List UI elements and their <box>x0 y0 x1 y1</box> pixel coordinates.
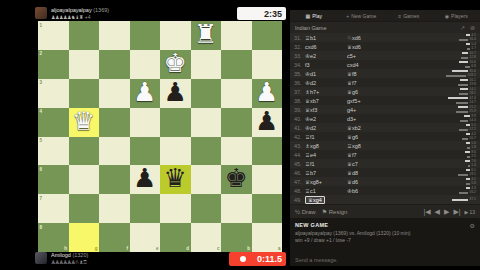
square-e2[interactable] <box>130 50 161 79</box>
move-time-bars: 16.66.8 <box>459 61 476 69</box>
move-number: 32. <box>294 44 305 50</box>
square-b5[interactable] <box>221 137 252 166</box>
move-row-35: 35.♔d1♕f835.6109.2 <box>290 69 480 78</box>
move-time-bars: 5.41.7 <box>466 43 476 51</box>
square-g4[interactable]: ♛ <box>69 108 100 137</box>
white-move[interactable]: f3 <box>305 62 347 68</box>
move-row-49: 49.♕xg437.1 <box>290 195 480 204</box>
white-move[interactable]: ♔d1 <box>305 71 347 77</box>
move-number: 47. <box>294 179 305 185</box>
move-row-41: 41.♔d2♕xb25.117.2 <box>290 123 480 132</box>
square-e1[interactable] <box>130 21 161 50</box>
tab-play[interactable]: ▦Play <box>290 13 338 19</box>
square-g8[interactable]: g <box>69 223 100 252</box>
black-move[interactable]: ♘xd6 <box>347 35 391 41</box>
square-a6[interactable] <box>252 165 283 194</box>
square-c8[interactable]: c <box>191 223 222 252</box>
file-label-b: b <box>247 246 250 251</box>
square-g6[interactable] <box>69 165 100 194</box>
move-row-46: 46.♖b7♕d86.119.1 <box>290 168 480 177</box>
move-row-48: 48.♖c1♔b64.316.2 <box>290 186 480 195</box>
rank-label-5: 5 <box>40 138 43 143</box>
square-a2[interactable] <box>252 50 283 79</box>
file-label-h: h <box>64 246 67 251</box>
file-label-f: f <box>127 246 129 251</box>
rank-label-4: 4 <box>40 109 43 114</box>
opening-name: Indian Game <box>295 25 327 31</box>
move-number: 46. <box>294 170 305 176</box>
resign-button[interactable]: ⚑ Resign <box>322 208 348 215</box>
square-h1[interactable]: 1 <box>38 21 69 50</box>
black-move[interactable]: ♕f7 <box>347 80 391 86</box>
move-row-43: 43.♗xg8♖xg85.61.8 <box>290 141 480 150</box>
square-e7[interactable] <box>130 194 161 223</box>
move-row-33: 33.♔e2c5+10.712.8 <box>290 51 480 60</box>
move-number: 40. <box>294 116 305 122</box>
move-number: 36. <box>294 80 305 86</box>
white-move[interactable]: ♔e2 <box>305 116 347 122</box>
move-nav: |◀ ◀ ▶ ▶| ▶13 <box>423 208 475 216</box>
move-time-bars: 7.61.4 <box>465 160 476 168</box>
white-move[interactable]: ♖c1 <box>305 188 347 194</box>
move-row-34: 34.f3cxd416.66.8 <box>290 60 480 69</box>
square-g7[interactable] <box>69 194 100 223</box>
square-f6[interactable] <box>99 165 130 194</box>
square-f1[interactable] <box>99 21 130 50</box>
square-c6[interactable] <box>191 165 222 194</box>
new-game-icon: + <box>346 13 349 19</box>
move-time-bars: 4.15.8 <box>466 178 476 186</box>
white-king-d2[interactable]: ♚ <box>160 48 191 78</box>
square-f4[interactable] <box>99 108 130 137</box>
move-time-bars: 16.119.8 <box>458 79 476 87</box>
black-move[interactable]: ♕xd6 <box>347 44 391 50</box>
opening-icons: ↗ ⊘ <box>460 24 475 31</box>
move-row-40: 40.♔e2d3+9.914.4 <box>290 114 480 123</box>
opening-row: Indian Game ↗ ⊘ <box>290 22 480 33</box>
move-time-bars: 4.116.4 <box>459 34 476 42</box>
disable-icon[interactable]: ⊘ <box>470 24 475 31</box>
square-b2[interactable] <box>221 50 252 79</box>
square-h6[interactable]: 6 <box>38 165 69 194</box>
square-f3[interactable] <box>99 79 130 108</box>
black-queen-d6[interactable]: ♛ <box>160 163 191 193</box>
move-time-bars: 4.316.2 <box>459 187 476 195</box>
square-h4[interactable]: 4 <box>38 108 69 137</box>
move-row-36: 36.♔d2♕f716.119.8 <box>290 78 480 87</box>
move-time-bars: 5.117.2 <box>459 124 476 132</box>
square-a3[interactable]: ♟ <box>252 79 283 108</box>
white-move[interactable]: ♖e4 <box>305 152 347 158</box>
black-move[interactable]: ♕f8 <box>347 71 391 77</box>
black-pawn-e6[interactable]: ♟ <box>130 163 161 193</box>
rank-label-1: 1 <box>40 23 43 28</box>
square-c1[interactable]: ♜ <box>191 21 222 50</box>
move-number: 39. <box>294 107 305 113</box>
square-d3[interactable]: ♟ <box>160 79 191 108</box>
square-d8[interactable]: d <box>160 223 191 252</box>
square-b6[interactable]: ♚ <box>221 165 252 194</box>
move-time-bars: 6.119.1 <box>458 169 476 177</box>
square-b7[interactable] <box>221 194 252 223</box>
tab-games[interactable]: ≡Games <box>385 13 433 19</box>
white-move[interactable]: cxd6 <box>305 44 347 50</box>
white-move[interactable]: ♕xg8+ <box>305 179 347 185</box>
square-b1[interactable] <box>221 21 252 50</box>
white-move[interactable]: ♗h7+ <box>305 89 347 95</box>
rank-label-3: 3 <box>40 80 43 85</box>
black-move[interactable]: g4+ <box>347 107 391 113</box>
file-label-g: g <box>95 246 98 251</box>
top-player-bar: aljoayalpayalpay (1369) ♟♟♟♟♟♞♝♜+4 2:35 <box>35 7 282 22</box>
move-row-31: 31.♖b1♘xd64.116.4 <box>290 33 480 42</box>
side-panel: ▦Play+New Game≡Games◉Players Indian Game… <box>290 10 480 266</box>
square-c5[interactable] <box>191 137 222 166</box>
square-e4[interactable] <box>130 108 161 137</box>
chat-message-input[interactable] <box>295 257 455 263</box>
black-move[interactable]: ♖xg8 <box>347 143 391 149</box>
black-pawn-a4[interactable]: ♟ <box>252 106 283 136</box>
file-label-c: c <box>217 246 220 251</box>
top-player-clock: 2:35 <box>237 7 286 20</box>
rank-label-8: 8 <box>40 225 43 230</box>
square-h7[interactable]: 7 <box>38 194 69 223</box>
square-h3[interactable]: 3 <box>38 79 69 108</box>
white-move[interactable]: ♔d2 <box>305 80 347 86</box>
game-controls: ½ Draw ⚑ Resign |◀ ◀ ▶ ▶| ▶13 <box>290 204 480 218</box>
move-time-bars: 10.712.8 <box>461 52 476 60</box>
chat-game-info: aljoayalpayalpay (1369) vs. Amilogd (132… <box>295 230 475 236</box>
move-number: 37. <box>294 89 305 95</box>
move-row-44: 44.♖e4♕f78.62.5 <box>290 150 480 159</box>
square-a7[interactable] <box>252 194 283 223</box>
square-c2[interactable] <box>191 50 222 79</box>
square-c7[interactable] <box>191 194 222 223</box>
bottom-player-captured-pieces: ♙♙♙♙♙♙♘♗♖ <box>51 259 87 265</box>
square-d2[interactable]: ♚ <box>160 50 191 79</box>
bottom-player-bar: Amilogd (1320) ♙♙♙♙♙♙♘♗♖ 0:11.5 <box>35 252 282 267</box>
black-move[interactable]: gxf5+ <box>347 98 391 104</box>
move-time-bars: 4.210.7 <box>462 133 476 141</box>
move-time-bars: 14.118.1 <box>459 88 476 96</box>
chat-rating-stakes: win +9 / draw +1 / lose -7 <box>295 237 475 243</box>
move-time-bars: 9.914.4 <box>460 115 476 123</box>
bottom-player-avatar[interactable] <box>35 252 47 264</box>
bottom-player-name[interactable]: Amilogd (1320) <box>51 252 88 258</box>
players-icon: ◉ <box>445 13 449 19</box>
square-d5[interactable] <box>160 137 191 166</box>
black-move[interactable]: ♔b6 <box>347 188 391 194</box>
material-advantage: +4 <box>85 14 91 20</box>
square-e3[interactable]: ♟ <box>130 79 161 108</box>
move-time-bars: 35.6109.2 <box>446 70 476 78</box>
move-number: 48. <box>294 188 305 194</box>
live-indicator[interactable]: ▶13 <box>465 209 475 215</box>
black-move[interactable]: c5+ <box>347 53 391 59</box>
open-analysis-icon[interactable]: ↗ <box>460 24 465 31</box>
panel-tabs: ▦Play+New Game≡Games◉Players <box>290 10 480 22</box>
white-move[interactable]: ♔d2 <box>305 125 347 131</box>
white-move[interactable]: ♖b7 <box>305 170 347 176</box>
move-time-bars: 21.225.9 <box>456 106 476 114</box>
top-player-name[interactable]: aljoayalpayalpay (1369) <box>51 7 109 13</box>
white-move[interactable]: ♖f1 <box>305 134 347 140</box>
square-d4[interactable] <box>160 108 191 137</box>
black-move[interactable]: d3+ <box>347 116 391 122</box>
square-a8[interactable]: a <box>252 223 283 252</box>
move-number: 31. <box>294 35 305 41</box>
move-number: 43. <box>294 143 305 149</box>
games-icon: ≡ <box>398 13 401 19</box>
white-move[interactable]: ♖f1 <box>305 161 347 167</box>
prev-move-button[interactable]: ◀ <box>435 208 440 216</box>
black-move[interactable]: ♕d8 <box>347 170 391 176</box>
square-e5[interactable] <box>130 137 161 166</box>
square-g5[interactable] <box>69 137 100 166</box>
black-move[interactable]: cxd4 <box>347 62 391 68</box>
square-d1[interactable] <box>160 21 191 50</box>
move-number: 35. <box>294 71 305 77</box>
move-row-32: 32.cxd6♕xd65.41.7 <box>290 42 480 51</box>
move-number: 44. <box>294 152 305 158</box>
app-window: aljoayalpayalpay (1369) ♟♟♟♟♟♞♝♜+4 2:35 … <box>0 0 480 270</box>
move-time-bars: 47.424.7 <box>448 97 476 105</box>
black-move[interactable]: ♕g6 <box>347 134 391 140</box>
black-move[interactable]: ♕d6 <box>347 179 391 185</box>
rank-label-2: 2 <box>40 51 43 56</box>
white-pawn-e3[interactable]: ♟ <box>130 77 161 107</box>
chess-board[interactable]: 1♜2♚3♟♟♟4♛♟56♟♛♚78hgfedcba <box>38 21 282 252</box>
move-number: 34. <box>294 62 305 68</box>
black-move[interactable]: ♕g6 <box>347 89 391 95</box>
file-label-a: a <box>278 246 281 251</box>
square-b3[interactable] <box>221 79 252 108</box>
first-move-button[interactable]: |◀ <box>423 208 430 216</box>
top-player-captured-pieces: ♟♟♟♟♟♞♝♜+4 <box>51 14 91 20</box>
square-h2[interactable]: 2 <box>38 50 69 79</box>
move-row-42: 42.♖f1♕g64.210.7 <box>290 132 480 141</box>
file-label-d: d <box>186 246 189 251</box>
move-time-bars: 8.62.5 <box>465 151 476 159</box>
move-list[interactable]: 31.♖b1♘xd64.116.432.cxd6♕xd65.41.733.♔e2… <box>290 33 480 204</box>
chat-section: ⚙ NEW GAME aljoayalpayalpay (1369) vs. A… <box>290 218 480 266</box>
black-pawn-d3[interactable]: ♟ <box>160 77 191 107</box>
white-move[interactable]: ♕xb7 <box>305 98 347 104</box>
black-move[interactable]: ♕f7 <box>347 152 391 158</box>
black-move[interactable]: ♕c7 <box>347 161 391 167</box>
square-f2[interactable] <box>99 50 130 79</box>
move-row-38: 38.♕xb7gxf5+47.424.7 <box>290 96 480 105</box>
white-move[interactable]: ♕xg4 <box>305 197 347 203</box>
tab-new-game[interactable]: +New Game <box>338 13 386 19</box>
square-d6[interactable]: ♛ <box>160 165 191 194</box>
tab-players[interactable]: ◉Players <box>433 13 480 19</box>
black-king-b6[interactable]: ♚ <box>221 163 252 193</box>
rank-label-6: 6 <box>40 167 43 172</box>
top-player-avatar[interactable] <box>35 7 47 19</box>
move-number: 49. <box>294 197 305 203</box>
move-number: 42. <box>294 134 305 140</box>
play-icon: ▦ <box>306 13 311 19</box>
move-row-37: 37.♗h7+♕g614.118.1 <box>290 87 480 96</box>
square-g2[interactable] <box>69 50 100 79</box>
square-c3[interactable] <box>191 79 222 108</box>
last-move-button[interactable]: ▶| <box>453 208 460 216</box>
square-g3[interactable] <box>69 79 100 108</box>
square-a1[interactable] <box>252 21 283 50</box>
move-time-bars: 37.1 <box>452 198 476 202</box>
white-pawn-a3[interactable]: ♟ <box>252 77 283 107</box>
square-e6[interactable]: ♟ <box>130 165 161 194</box>
move-row-45: 45.♖f1♕c77.61.4 <box>290 159 480 168</box>
move-row-39: 39.♕xf3g4+21.225.9 <box>290 105 480 114</box>
square-a4[interactable]: ♟ <box>252 108 283 137</box>
white-move[interactable]: ♕xf3 <box>305 107 347 113</box>
square-d7[interactable] <box>160 194 191 223</box>
file-label-e: e <box>156 246 159 251</box>
white-move[interactable]: ♔e2 <box>305 53 347 59</box>
square-a5[interactable] <box>252 137 283 166</box>
move-number: 41. <box>294 125 305 131</box>
white-rook-c1[interactable]: ♜ <box>191 19 222 49</box>
next-move-button[interactable]: ▶ <box>444 208 449 216</box>
square-f8[interactable]: f <box>99 223 130 252</box>
square-g1[interactable] <box>69 21 100 50</box>
square-e8[interactable]: e <box>130 223 161 252</box>
draw-button[interactable]: ½ Draw <box>295 209 316 215</box>
square-c4[interactable] <box>191 108 222 137</box>
square-f7[interactable] <box>99 194 130 223</box>
chat-settings-gear-icon[interactable]: ⚙ <box>470 222 475 229</box>
move-number: 45. <box>294 161 305 167</box>
square-h5[interactable]: 5 <box>38 137 69 166</box>
bottom-player-clock: 0:11.5 <box>229 252 286 266</box>
active-clock-icon <box>240 256 246 262</box>
chat-header: NEW GAME <box>295 222 475 228</box>
square-h8[interactable]: 8h <box>38 223 69 252</box>
square-b4[interactable] <box>221 108 252 137</box>
move-number: 38. <box>294 98 305 104</box>
black-move[interactable]: ♕xb2 <box>347 125 391 131</box>
square-b8[interactable]: b <box>221 223 252 252</box>
move-time-bars: 5.61.8 <box>466 142 476 150</box>
move-number: 33. <box>294 53 305 59</box>
rank-label-7: 7 <box>40 196 43 201</box>
square-f5[interactable] <box>99 137 130 166</box>
white-move[interactable]: ♗xg8 <box>305 143 347 149</box>
move-row-47: 47.♕xg8+♕d64.15.8 <box>290 177 480 186</box>
white-queen-g4[interactable]: ♛ <box>69 106 100 136</box>
white-move[interactable]: ♖b1 <box>305 35 347 41</box>
